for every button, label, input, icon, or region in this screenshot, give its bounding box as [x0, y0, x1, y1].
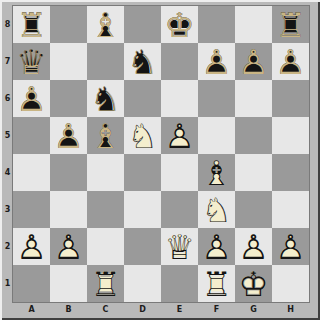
- black-pawn-g7-icon: ♟: [235, 43, 272, 80]
- black-pawn-outline-icon: ♙: [272, 43, 309, 80]
- black-rook-outline-icon: ♖: [272, 6, 309, 43]
- square-f5[interactable]: [198, 117, 235, 154]
- square-g3[interactable]: [235, 191, 272, 228]
- square-c7[interactable]: [87, 43, 124, 80]
- square-d1[interactable]: [124, 265, 161, 302]
- black-pawn-outline-icon: ♙: [235, 43, 272, 80]
- white-pawn-g2-icon: ♟: [235, 228, 272, 265]
- black-queen-outline-icon: ♕: [13, 43, 50, 80]
- black-king-e8-icon: ♚: [161, 6, 198, 43]
- square-g5[interactable]: [235, 117, 272, 154]
- white-pawn-outline-icon: ♙: [235, 228, 272, 265]
- square-c2[interactable]: [87, 228, 124, 265]
- square-e8[interactable]: ♚♔: [161, 6, 198, 43]
- white-pawn-b2-icon: ♟: [50, 228, 87, 265]
- square-h8[interactable]: ♜♖: [272, 6, 309, 43]
- white-knight-d5-icon: ♞: [124, 117, 161, 154]
- file-labels: ABCDEFGH: [13, 302, 309, 317]
- black-bishop-outline-icon: ♗: [87, 117, 124, 154]
- file-label-b: B: [50, 302, 87, 317]
- square-g4[interactable]: [235, 154, 272, 191]
- square-e5[interactable]: ♟♙: [161, 117, 198, 154]
- square-f8[interactable]: [198, 6, 235, 43]
- square-a5[interactable]: [13, 117, 50, 154]
- square-b4[interactable]: [50, 154, 87, 191]
- square-g1[interactable]: ♚♔: [235, 265, 272, 302]
- square-d2[interactable]: [124, 228, 161, 265]
- black-knight-outline-icon: ♘: [87, 80, 124, 117]
- white-pawn-outline-icon: ♙: [272, 228, 309, 265]
- square-a2[interactable]: ♟♙: [13, 228, 50, 265]
- black-pawn-outline-icon: ♙: [50, 117, 87, 154]
- square-c8[interactable]: ♝♗: [87, 6, 124, 43]
- square-e2[interactable]: ♛♕: [161, 228, 198, 265]
- rank-label-5: 5: [2, 117, 13, 154]
- square-d8[interactable]: [124, 6, 161, 43]
- square-a7[interactable]: ♛♕: [13, 43, 50, 80]
- rank-labels: 87654321: [2, 6, 13, 302]
- square-a6[interactable]: ♟♙: [13, 80, 50, 117]
- rank-label-7: 7: [2, 43, 13, 80]
- square-b2[interactable]: ♟♙: [50, 228, 87, 265]
- square-e4[interactable]: [161, 154, 198, 191]
- white-pawn-f2-icon: ♟: [198, 228, 235, 265]
- file-label-e: E: [161, 302, 198, 317]
- square-g6[interactable]: [235, 80, 272, 117]
- white-rook-outline-icon: ♖: [198, 265, 235, 302]
- square-f7[interactable]: ♟♙: [198, 43, 235, 80]
- white-knight-f3-icon: ♞: [198, 191, 235, 228]
- black-bishop-c8-icon: ♝: [87, 6, 124, 43]
- white-pawn-outline-icon: ♙: [161, 117, 198, 154]
- square-f3[interactable]: ♞♘: [198, 191, 235, 228]
- square-g8[interactable]: [235, 6, 272, 43]
- black-pawn-a6-icon: ♟: [13, 80, 50, 117]
- white-pawn-h2-icon: ♟: [272, 228, 309, 265]
- file-label-a: A: [13, 302, 50, 317]
- square-c4[interactable]: [87, 154, 124, 191]
- rank-label-1: 1: [2, 265, 13, 302]
- black-pawn-f7-icon: ♟: [198, 43, 235, 80]
- square-e6[interactable]: [161, 80, 198, 117]
- square-b6[interactable]: [50, 80, 87, 117]
- square-h2[interactable]: ♟♙: [272, 228, 309, 265]
- white-rook-c1-icon: ♜: [87, 265, 124, 302]
- square-a3[interactable]: [13, 191, 50, 228]
- white-bishop-f4-icon: ♝: [198, 154, 235, 191]
- square-g2[interactable]: ♟♙: [235, 228, 272, 265]
- rank-label-3: 3: [2, 191, 13, 228]
- black-bishop-outline-icon: ♗: [87, 6, 124, 43]
- white-pawn-e5-icon: ♟: [161, 117, 198, 154]
- rank-label-4: 4: [2, 154, 13, 191]
- black-bishop-c5-icon: ♝: [87, 117, 124, 154]
- square-h3[interactable]: [272, 191, 309, 228]
- chess-diagram-window: 87654321 ♜♖♝♗♚♔♜♖♛♕♞♘♟♙♟♙♟♙♟♙♞♘♟♙♝♗♞♘♟♙♝…: [0, 0, 320, 320]
- square-b5[interactable]: ♟♙: [50, 117, 87, 154]
- file-label-f: F: [198, 302, 235, 317]
- white-pawn-outline-icon: ♙: [50, 228, 87, 265]
- black-pawn-b5-icon: ♟: [50, 117, 87, 154]
- rank-label-8: 8: [2, 6, 13, 43]
- square-c3[interactable]: [87, 191, 124, 228]
- square-d5[interactable]: ♞♘: [124, 117, 161, 154]
- black-rook-outline-icon: ♖: [13, 6, 50, 43]
- square-e1[interactable]: [161, 265, 198, 302]
- square-d3[interactable]: [124, 191, 161, 228]
- square-h4[interactable]: [272, 154, 309, 191]
- rank-label-6: 6: [2, 80, 13, 117]
- square-d7[interactable]: ♞♘: [124, 43, 161, 80]
- square-h1[interactable]: [272, 265, 309, 302]
- square-g7[interactable]: ♟♙: [235, 43, 272, 80]
- black-pawn-outline-icon: ♙: [13, 80, 50, 117]
- white-bishop-outline-icon: ♗: [198, 154, 235, 191]
- black-knight-d7-icon: ♞: [124, 43, 161, 80]
- rank-label-2: 2: [2, 228, 13, 265]
- square-e7[interactable]: [161, 43, 198, 80]
- square-a8[interactable]: ♜♖: [13, 6, 50, 43]
- square-d6[interactable]: [124, 80, 161, 117]
- square-h6[interactable]: [272, 80, 309, 117]
- square-e3[interactable]: [161, 191, 198, 228]
- white-pawn-outline-icon: ♙: [198, 228, 235, 265]
- square-f6[interactable]: [198, 80, 235, 117]
- file-label-h: H: [272, 302, 309, 317]
- square-f1[interactable]: ♜♖: [198, 265, 235, 302]
- black-rook-h8-icon: ♜: [272, 6, 309, 43]
- white-knight-outline-icon: ♘: [124, 117, 161, 154]
- black-knight-outline-icon: ♘: [124, 43, 161, 80]
- white-queen-e2-icon: ♛: [161, 228, 198, 265]
- black-queen-a7-icon: ♛: [13, 43, 50, 80]
- black-knight-c6-icon: ♞: [87, 80, 124, 117]
- white-king-g1-icon: ♚: [235, 265, 272, 302]
- white-rook-outline-icon: ♖: [87, 265, 124, 302]
- square-c1[interactable]: ♜♖: [87, 265, 124, 302]
- white-queen-outline-icon: ♕: [161, 228, 198, 265]
- square-b8[interactable]: [50, 6, 87, 43]
- file-label-d: D: [124, 302, 161, 317]
- white-pawn-a2-icon: ♟: [13, 228, 50, 265]
- square-h5[interactable]: [272, 117, 309, 154]
- black-pawn-outline-icon: ♙: [198, 43, 235, 80]
- black-rook-a8-icon: ♜: [13, 6, 50, 43]
- file-label-c: C: [87, 302, 124, 317]
- square-c6[interactable]: ♞♘: [87, 80, 124, 117]
- square-a4[interactable]: [13, 154, 50, 191]
- white-pawn-outline-icon: ♙: [13, 228, 50, 265]
- white-rook-f1-icon: ♜: [198, 265, 235, 302]
- file-label-g: G: [235, 302, 272, 317]
- square-h7[interactable]: ♟♙: [272, 43, 309, 80]
- white-king-outline-icon: ♔: [235, 265, 272, 302]
- square-f2[interactable]: ♟♙: [198, 228, 235, 265]
- black-pawn-h7-icon: ♟: [272, 43, 309, 80]
- square-d4[interactable]: [124, 154, 161, 191]
- square-b3[interactable]: [50, 191, 87, 228]
- chess-board: ♜♖♝♗♚♔♜♖♛♕♞♘♟♙♟♙♟♙♟♙♞♘♟♙♝♗♞♘♟♙♝♗♞♘♟♙♟♙♛♕…: [13, 6, 309, 302]
- square-c5[interactable]: ♝♗: [87, 117, 124, 154]
- black-king-outline-icon: ♔: [161, 6, 198, 43]
- white-knight-outline-icon: ♘: [198, 191, 235, 228]
- square-b1[interactable]: [50, 265, 87, 302]
- square-f4[interactable]: ♝♗: [198, 154, 235, 191]
- square-b7[interactable]: [50, 43, 87, 80]
- square-a1[interactable]: [13, 265, 50, 302]
